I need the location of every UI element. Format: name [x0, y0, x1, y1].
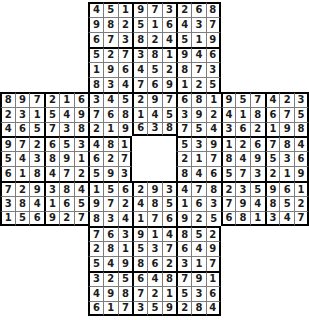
cell-r8c14[interactable]: 9 — [191, 107, 206, 122]
cell-r3c7[interactable]: 6 — [88, 32, 103, 47]
cell-r6c14[interactable]: 2 — [191, 77, 206, 92]
cell-r19c8[interactable]: 2 — [103, 271, 118, 286]
cell-r15c10[interactable]: 1 — [132, 211, 147, 226]
cell-r18c9[interactable]: 9 — [118, 256, 133, 271]
cell-r3c14[interactable]: 1 — [191, 32, 206, 47]
void-area — [250, 32, 265, 47]
cell-r7c19[interactable]: 4 — [265, 92, 280, 107]
cell-r10c18[interactable]: 6 — [250, 136, 265, 151]
cell-r11c9[interactable]: 7 — [118, 151, 133, 166]
cell-r11c2[interactable]: 4 — [15, 151, 30, 166]
cell-r4c10[interactable]: 3 — [132, 47, 147, 62]
cell-r11c21[interactable]: 6 — [294, 151, 309, 166]
cell-r8c21[interactable]: 5 — [294, 107, 309, 122]
cell-r21c15[interactable]: 4 — [206, 301, 221, 316]
cell-r13c2[interactable]: 2 — [15, 181, 30, 196]
cell-r20c7[interactable]: 4 — [88, 286, 103, 301]
cell-r13c5[interactable]: 8 — [59, 181, 74, 196]
void-area — [250, 256, 265, 271]
cell-r20c14[interactable]: 3 — [191, 286, 206, 301]
cell-r16c13[interactable]: 8 — [176, 226, 191, 241]
void-area — [0, 226, 15, 241]
cell-r10c8[interactable]: 8 — [103, 136, 118, 151]
cell-r14c13[interactable]: 1 — [176, 196, 191, 211]
cell-r12c4[interactable]: 4 — [44, 166, 59, 181]
cell-r5c13[interactable]: 8 — [176, 62, 191, 77]
cell-r4c9[interactable]: 7 — [118, 47, 133, 62]
cell-r15c21[interactable]: 7 — [294, 211, 309, 226]
cell-r12c16[interactable]: 5 — [221, 166, 236, 181]
cell-r20c10[interactable]: 7 — [132, 286, 147, 301]
cell-r18c14[interactable]: 1 — [191, 256, 206, 271]
cell-r5c9[interactable]: 6 — [118, 62, 133, 77]
cell-r16c9[interactable]: 3 — [118, 226, 133, 241]
cell-r9c3[interactable]: 5 — [29, 122, 44, 137]
cell-r18c7[interactable]: 5 — [88, 256, 103, 271]
cell-r1c8[interactable]: 5 — [103, 2, 118, 17]
cell-r19c14[interactable]: 9 — [191, 271, 206, 286]
cell-r2c8[interactable]: 8 — [103, 17, 118, 32]
cell-r7c4[interactable]: 2 — [44, 92, 59, 107]
cell-r3c9[interactable]: 3 — [118, 32, 133, 47]
cell-r8c5[interactable]: 4 — [59, 107, 74, 122]
cell-r7c21[interactable]: 3 — [294, 92, 309, 107]
cell-r9c16[interactable]: 3 — [221, 122, 236, 137]
cell-r12c2[interactable]: 1 — [15, 166, 30, 181]
cell-r12c21[interactable]: 9 — [294, 166, 309, 181]
cell-r6c11[interactable]: 6 — [147, 77, 162, 92]
cell-r1c10[interactable]: 9 — [132, 2, 147, 17]
cell-r17c7[interactable]: 2 — [88, 241, 103, 256]
cell-r9c11[interactable]: 3 — [147, 122, 162, 137]
cell-r11c19[interactable]: 5 — [265, 151, 280, 166]
cell-r8c7[interactable]: 7 — [88, 107, 103, 122]
cell-r20c9[interactable]: 8 — [118, 286, 133, 301]
cell-r12c7[interactable]: 5 — [88, 166, 103, 181]
cell-r2c14[interactable]: 3 — [191, 17, 206, 32]
cell-r10c5[interactable]: 5 — [59, 136, 74, 151]
cell-r12c19[interactable]: 2 — [265, 166, 280, 181]
cell-r9c17[interactable]: 6 — [235, 122, 250, 137]
cell-r13c21[interactable]: 1 — [294, 181, 309, 196]
cell-r15c9[interactable]: 4 — [118, 211, 133, 226]
cell-r12c9[interactable]: 3 — [118, 166, 133, 181]
cell-r17c12[interactable]: 7 — [162, 241, 177, 256]
cell-r11c16[interactable]: 8 — [221, 151, 236, 166]
cell-r12c15[interactable]: 6 — [206, 166, 221, 181]
cell-r2c9[interactable]: 2 — [118, 17, 133, 32]
cell-r9c2[interactable]: 6 — [15, 122, 30, 137]
cell-r12c8[interactable]: 9 — [103, 166, 118, 181]
cell-r9c18[interactable]: 2 — [250, 122, 265, 137]
cell-r13c10[interactable]: 2 — [132, 181, 147, 196]
cell-r19c9[interactable]: 5 — [118, 271, 133, 286]
cell-r10c6[interactable]: 3 — [74, 136, 89, 151]
cell-r7c13[interactable]: 6 — [176, 92, 191, 107]
cell-r12c20[interactable]: 1 — [279, 166, 294, 181]
cell-r9c9[interactable]: 9 — [118, 122, 133, 137]
cell-r2c11[interactable]: 1 — [147, 17, 162, 32]
cell-r14c18[interactable]: 4 — [250, 196, 265, 211]
cell-r16c8[interactable]: 6 — [103, 226, 118, 241]
cell-r8c4[interactable]: 5 — [44, 107, 59, 122]
cell-r5c15[interactable]: 3 — [206, 62, 221, 77]
cell-r17c11[interactable]: 3 — [147, 241, 162, 256]
cell-r11c3[interactable]: 3 — [29, 151, 44, 166]
cell-r1c12[interactable]: 3 — [162, 2, 177, 17]
cell-r8c18[interactable]: 8 — [250, 107, 265, 122]
cell-r2c15[interactable]: 7 — [206, 17, 221, 32]
cell-r3c8[interactable]: 7 — [103, 32, 118, 47]
cell-r7c18[interactable]: 7 — [250, 92, 265, 107]
cell-r13c19[interactable]: 9 — [265, 181, 280, 196]
void-area — [250, 47, 265, 62]
cell-r14c1[interactable]: 3 — [0, 196, 15, 211]
cell-r12c17[interactable]: 7 — [235, 166, 250, 181]
cell-r13c3[interactable]: 9 — [29, 181, 44, 196]
cell-r14c16[interactable]: 7 — [221, 196, 236, 211]
cell-r8c19[interactable]: 6 — [265, 107, 280, 122]
cell-r9c15[interactable]: 4 — [206, 122, 221, 137]
cell-r13c17[interactable]: 3 — [235, 181, 250, 196]
cell-r10c15[interactable]: 9 — [206, 136, 221, 151]
cell-r8c20[interactable]: 7 — [279, 107, 294, 122]
cell-r18c12[interactable]: 2 — [162, 256, 177, 271]
cell-r14c9[interactable]: 2 — [118, 196, 133, 211]
cell-r4c12[interactable]: 1 — [162, 47, 177, 62]
cell-r11c6[interactable]: 1 — [74, 151, 89, 166]
cell-r15c12[interactable]: 6 — [162, 211, 177, 226]
cell-r14c21[interactable]: 2 — [294, 196, 309, 211]
cell-r13c12[interactable]: 3 — [162, 181, 177, 196]
cell-r5c11[interactable]: 5 — [147, 62, 162, 77]
cell-r11c8[interactable]: 2 — [103, 151, 118, 166]
cell-r15c11[interactable]: 7 — [147, 211, 162, 226]
cell-r9c21[interactable]: 8 — [294, 122, 309, 137]
cell-r14c14[interactable]: 6 — [191, 196, 206, 211]
cell-r16c10[interactable]: 9 — [132, 226, 147, 241]
cell-r7c14[interactable]: 8 — [191, 92, 206, 107]
cell-r18c10[interactable]: 8 — [132, 256, 147, 271]
cell-r5c7[interactable]: 1 — [88, 62, 103, 77]
cell-r20c11[interactable]: 2 — [147, 286, 162, 301]
cell-r21c8[interactable]: 1 — [103, 301, 118, 316]
cell-r21c14[interactable]: 8 — [191, 301, 206, 316]
cell-r17c8[interactable]: 8 — [103, 241, 118, 256]
cell-r19c10[interactable]: 6 — [132, 271, 147, 286]
cell-r6c15[interactable]: 5 — [206, 77, 221, 92]
cell-r10c1[interactable]: 9 — [0, 136, 15, 151]
cell-r19c13[interactable]: 7 — [176, 271, 191, 286]
cell-r11c15[interactable]: 7 — [206, 151, 221, 166]
cell-r21c9[interactable]: 7 — [118, 301, 133, 316]
cell-r15c14[interactable]: 2 — [191, 211, 206, 226]
cell-r15c5[interactable]: 2 — [59, 211, 74, 226]
cell-r6c10[interactable]: 7 — [132, 77, 147, 92]
cell-r12c3[interactable]: 8 — [29, 166, 44, 181]
cell-r9c7[interactable]: 2 — [88, 122, 103, 137]
cell-r15c16[interactable]: 6 — [221, 211, 236, 226]
cell-r19c12[interactable]: 8 — [162, 271, 177, 286]
cell-r7c17[interactable]: 5 — [235, 92, 250, 107]
cell-r8c1[interactable]: 2 — [0, 107, 15, 122]
cell-r20c15[interactable]: 6 — [206, 286, 221, 301]
cell-r21c7[interactable]: 6 — [88, 301, 103, 316]
void-area — [235, 226, 250, 241]
cell-r12c18[interactable]: 3 — [250, 166, 265, 181]
cell-r15c4[interactable]: 9 — [44, 211, 59, 226]
cell-r4c15[interactable]: 6 — [206, 47, 221, 62]
cell-r13c9[interactable]: 6 — [118, 181, 133, 196]
cell-r16c7[interactable]: 7 — [88, 226, 103, 241]
cell-r11c7[interactable]: 6 — [88, 151, 103, 166]
cell-r13c15[interactable]: 8 — [206, 181, 221, 196]
cell-r18c11[interactable]: 6 — [147, 256, 162, 271]
cell-r13c8[interactable]: 5 — [103, 181, 118, 196]
cell-r10c14[interactable]: 3 — [191, 136, 206, 151]
cell-r9c6[interactable]: 8 — [74, 122, 89, 137]
cell-r18c8[interactable]: 4 — [103, 256, 118, 271]
cell-r21c13[interactable]: 2 — [176, 301, 191, 316]
cell-r18c15[interactable]: 7 — [206, 256, 221, 271]
cell-r1c7[interactable]: 4 — [88, 2, 103, 17]
cell-r16c11[interactable]: 1 — [147, 226, 162, 241]
cell-r13c20[interactable]: 6 — [279, 181, 294, 196]
cell-r3c15[interactable]: 9 — [206, 32, 221, 47]
void-area — [294, 77, 309, 92]
cell-r19c7[interactable]: 3 — [88, 271, 103, 286]
cell-r8c17[interactable]: 1 — [235, 107, 250, 122]
cell-r11c18[interactable]: 9 — [250, 151, 265, 166]
cell-r9c5[interactable]: 3 — [59, 122, 74, 137]
cell-r8c15[interactable]: 2 — [206, 107, 221, 122]
cell-r8c11[interactable]: 4 — [147, 107, 162, 122]
cell-r16c14[interactable]: 5 — [191, 226, 206, 241]
cell-r6c9[interactable]: 4 — [118, 77, 133, 92]
cell-r10c13[interactable]: 5 — [176, 136, 191, 151]
cell-r10c16[interactable]: 1 — [221, 136, 236, 151]
cell-r3c12[interactable]: 4 — [162, 32, 177, 47]
cell-r14c8[interactable]: 7 — [103, 196, 118, 211]
void-area — [0, 286, 15, 301]
cell-r10c4[interactable]: 6 — [44, 136, 59, 151]
cell-r8c12[interactable]: 5 — [162, 107, 177, 122]
cell-r1c14[interactable]: 6 — [191, 2, 206, 17]
cell-r17c9[interactable]: 1 — [118, 241, 133, 256]
cell-r18c13[interactable]: 3 — [176, 256, 191, 271]
cell-r2c13[interactable]: 4 — [176, 17, 191, 32]
cell-r13c11[interactable]: 9 — [147, 181, 162, 196]
cell-r9c1[interactable]: 4 — [0, 122, 15, 137]
cell-r12c13[interactable]: 8 — [176, 166, 191, 181]
cell-r7c2[interactable]: 9 — [15, 92, 30, 107]
cell-r6c13[interactable]: 1 — [176, 77, 191, 92]
cell-r17c14[interactable]: 4 — [191, 241, 206, 256]
cell-r7c20[interactable]: 2 — [279, 92, 294, 107]
cell-r11c1[interactable]: 5 — [0, 151, 15, 166]
cell-r9c20[interactable]: 9 — [279, 122, 294, 137]
cell-r11c4[interactable]: 8 — [44, 151, 59, 166]
cell-r14c11[interactable]: 8 — [147, 196, 162, 211]
cell-r7c6[interactable]: 6 — [74, 92, 89, 107]
cell-r17c15[interactable]: 9 — [206, 241, 221, 256]
cell-r13c7[interactable]: 1 — [88, 181, 103, 196]
cell-r14c2[interactable]: 8 — [15, 196, 30, 211]
cell-r11c13[interactable]: 2 — [176, 151, 191, 166]
cell-r9c13[interactable]: 7 — [176, 122, 191, 137]
cell-r11c5[interactable]: 9 — [59, 151, 74, 166]
cell-r10c9[interactable]: 1 — [118, 136, 133, 151]
cell-r15c19[interactable]: 3 — [265, 211, 280, 226]
cell-r2c7[interactable]: 9 — [88, 17, 103, 32]
cell-r13c16[interactable]: 2 — [221, 181, 236, 196]
cell-r8c16[interactable]: 4 — [221, 107, 236, 122]
cell-r10c17[interactable]: 2 — [235, 136, 250, 151]
cell-r4c7[interactable]: 5 — [88, 47, 103, 62]
cell-r3c11[interactable]: 2 — [147, 32, 162, 47]
cell-r10c2[interactable]: 7 — [15, 136, 30, 151]
void-area — [294, 226, 309, 241]
cell-r10c20[interactable]: 8 — [279, 136, 294, 151]
cell-r14c12[interactable]: 5 — [162, 196, 177, 211]
cell-r15c8[interactable]: 3 — [103, 211, 118, 226]
cell-r21c10[interactable]: 3 — [132, 301, 147, 316]
cell-r13c14[interactable]: 7 — [191, 181, 206, 196]
cell-r9c8[interactable]: 1 — [103, 122, 118, 137]
cell-r12c14[interactable]: 4 — [191, 166, 206, 181]
cell-r17c13[interactable]: 6 — [176, 241, 191, 256]
void-area — [250, 226, 265, 241]
cell-r20c8[interactable]: 9 — [103, 286, 118, 301]
cell-r12c5[interactable]: 7 — [59, 166, 74, 181]
cell-r11c14[interactable]: 1 — [191, 151, 206, 166]
cell-r14c6[interactable]: 5 — [74, 196, 89, 211]
cell-r13c18[interactable]: 5 — [250, 181, 265, 196]
cell-r1c11[interactable]: 7 — [147, 2, 162, 17]
cell-r15c18[interactable]: 1 — [250, 211, 265, 226]
cell-r7c11[interactable]: 9 — [147, 92, 162, 107]
cell-r2c10[interactable]: 5 — [132, 17, 147, 32]
cell-r5c8[interactable]: 9 — [103, 62, 118, 77]
cell-r12c6[interactable]: 2 — [74, 166, 89, 181]
cell-r2c12[interactable]: 6 — [162, 17, 177, 32]
cell-r13c13[interactable]: 4 — [176, 181, 191, 196]
cell-r1c9[interactable]: 1 — [118, 2, 133, 17]
cell-r15c3[interactable]: 6 — [29, 211, 44, 226]
cell-r7c8[interactable]: 4 — [103, 92, 118, 107]
cell-r9c10[interactable]: 6 — [132, 122, 147, 137]
cell-r15c2[interactable]: 5 — [15, 211, 30, 226]
cell-r17c10[interactable]: 5 — [132, 241, 147, 256]
cell-r1c15[interactable]: 8 — [206, 2, 221, 17]
cell-r8c6[interactable]: 9 — [74, 107, 89, 122]
cell-r11c20[interactable]: 3 — [279, 151, 294, 166]
void-area — [0, 241, 15, 256]
cell-r3c13[interactable]: 5 — [176, 32, 191, 47]
cell-r14c15[interactable]: 3 — [206, 196, 221, 211]
cell-r9c19[interactable]: 1 — [265, 122, 280, 137]
cell-r10c3[interactable]: 2 — [29, 136, 44, 151]
cell-r7c3[interactable]: 7 — [29, 92, 44, 107]
cell-r8c8[interactable]: 6 — [103, 107, 118, 122]
cell-r6c7[interactable]: 8 — [88, 77, 103, 92]
void-area — [29, 226, 44, 241]
cell-r10c19[interactable]: 7 — [265, 136, 280, 151]
cell-r7c1[interactable]: 8 — [0, 92, 15, 107]
cell-r20c12[interactable]: 1 — [162, 286, 177, 301]
cell-r21c12[interactable]: 9 — [162, 301, 177, 316]
cell-r1c13[interactable]: 2 — [176, 2, 191, 17]
cell-r6c12[interactable]: 9 — [162, 77, 177, 92]
cell-r10c21[interactable]: 4 — [294, 136, 309, 151]
cell-r15c1[interactable]: 1 — [0, 211, 15, 226]
cell-r14c10[interactable]: 4 — [132, 196, 147, 211]
cell-r12c1[interactable]: 6 — [0, 166, 15, 181]
cell-r6c8[interactable]: 3 — [103, 77, 118, 92]
cell-r8c10[interactable]: 1 — [132, 107, 147, 122]
cell-r13c4[interactable]: 3 — [44, 181, 59, 196]
cell-r15c17[interactable]: 8 — [235, 211, 250, 226]
cell-r5c10[interactable]: 4 — [132, 62, 147, 77]
cell-r14c19[interactable]: 8 — [265, 196, 280, 211]
cell-r19c11[interactable]: 4 — [147, 271, 162, 286]
cell-r10c7[interactable]: 4 — [88, 136, 103, 151]
cell-r7c5[interactable]: 1 — [59, 92, 74, 107]
cell-r14c17[interactable]: 9 — [235, 196, 250, 211]
cell-r7c16[interactable]: 9 — [221, 92, 236, 107]
cell-r4c11[interactable]: 8 — [147, 47, 162, 62]
cell-r9c4[interactable]: 7 — [44, 122, 59, 137]
cell-r15c13[interactable]: 9 — [176, 211, 191, 226]
cell-r3c10[interactable]: 8 — [132, 32, 147, 47]
cell-r20c13[interactable]: 5 — [176, 286, 191, 301]
cell-r5c12[interactable]: 2 — [162, 62, 177, 77]
cell-r4c14[interactable]: 4 — [191, 47, 206, 62]
cell-r13c6[interactable]: 4 — [74, 181, 89, 196]
cell-r7c15[interactable]: 1 — [206, 92, 221, 107]
cell-r14c4[interactable]: 1 — [44, 196, 59, 211]
cell-r7c9[interactable]: 5 — [118, 92, 133, 107]
cell-r15c15[interactable]: 5 — [206, 211, 221, 226]
cell-r16c15[interactable]: 2 — [206, 226, 221, 241]
cell-r16c12[interactable]: 4 — [162, 226, 177, 241]
cell-r8c13[interactable]: 3 — [176, 107, 191, 122]
cell-r9c12[interactable]: 8 — [162, 122, 177, 137]
cell-r11c17[interactable]: 4 — [235, 151, 250, 166]
cell-r14c5[interactable]: 6 — [59, 196, 74, 211]
cell-r14c20[interactable]: 5 — [279, 196, 294, 211]
cell-r8c9[interactable]: 8 — [118, 107, 133, 122]
cell-r15c6[interactable]: 7 — [74, 211, 89, 226]
cell-r7c10[interactable]: 2 — [132, 92, 147, 107]
cell-r7c12[interactable]: 7 — [162, 92, 177, 107]
cell-r14c3[interactable]: 4 — [29, 196, 44, 211]
cell-r14c7[interactable]: 9 — [88, 196, 103, 211]
cell-r7c7[interactable]: 3 — [88, 92, 103, 107]
cell-r15c7[interactable]: 8 — [88, 211, 103, 226]
void-area — [44, 271, 59, 286]
cell-r19c15[interactable]: 1 — [206, 271, 221, 286]
cell-r5c14[interactable]: 7 — [191, 62, 206, 77]
cell-r8c2[interactable]: 3 — [15, 107, 30, 122]
cell-r21c11[interactable]: 5 — [147, 301, 162, 316]
cell-r8c3[interactable]: 1 — [29, 107, 44, 122]
cell-r15c20[interactable]: 4 — [279, 211, 294, 226]
cell-r9c14[interactable]: 5 — [191, 122, 206, 137]
cell-r4c13[interactable]: 9 — [176, 47, 191, 62]
cell-r13c1[interactable]: 7 — [0, 181, 15, 196]
cell-r4c8[interactable]: 2 — [103, 47, 118, 62]
